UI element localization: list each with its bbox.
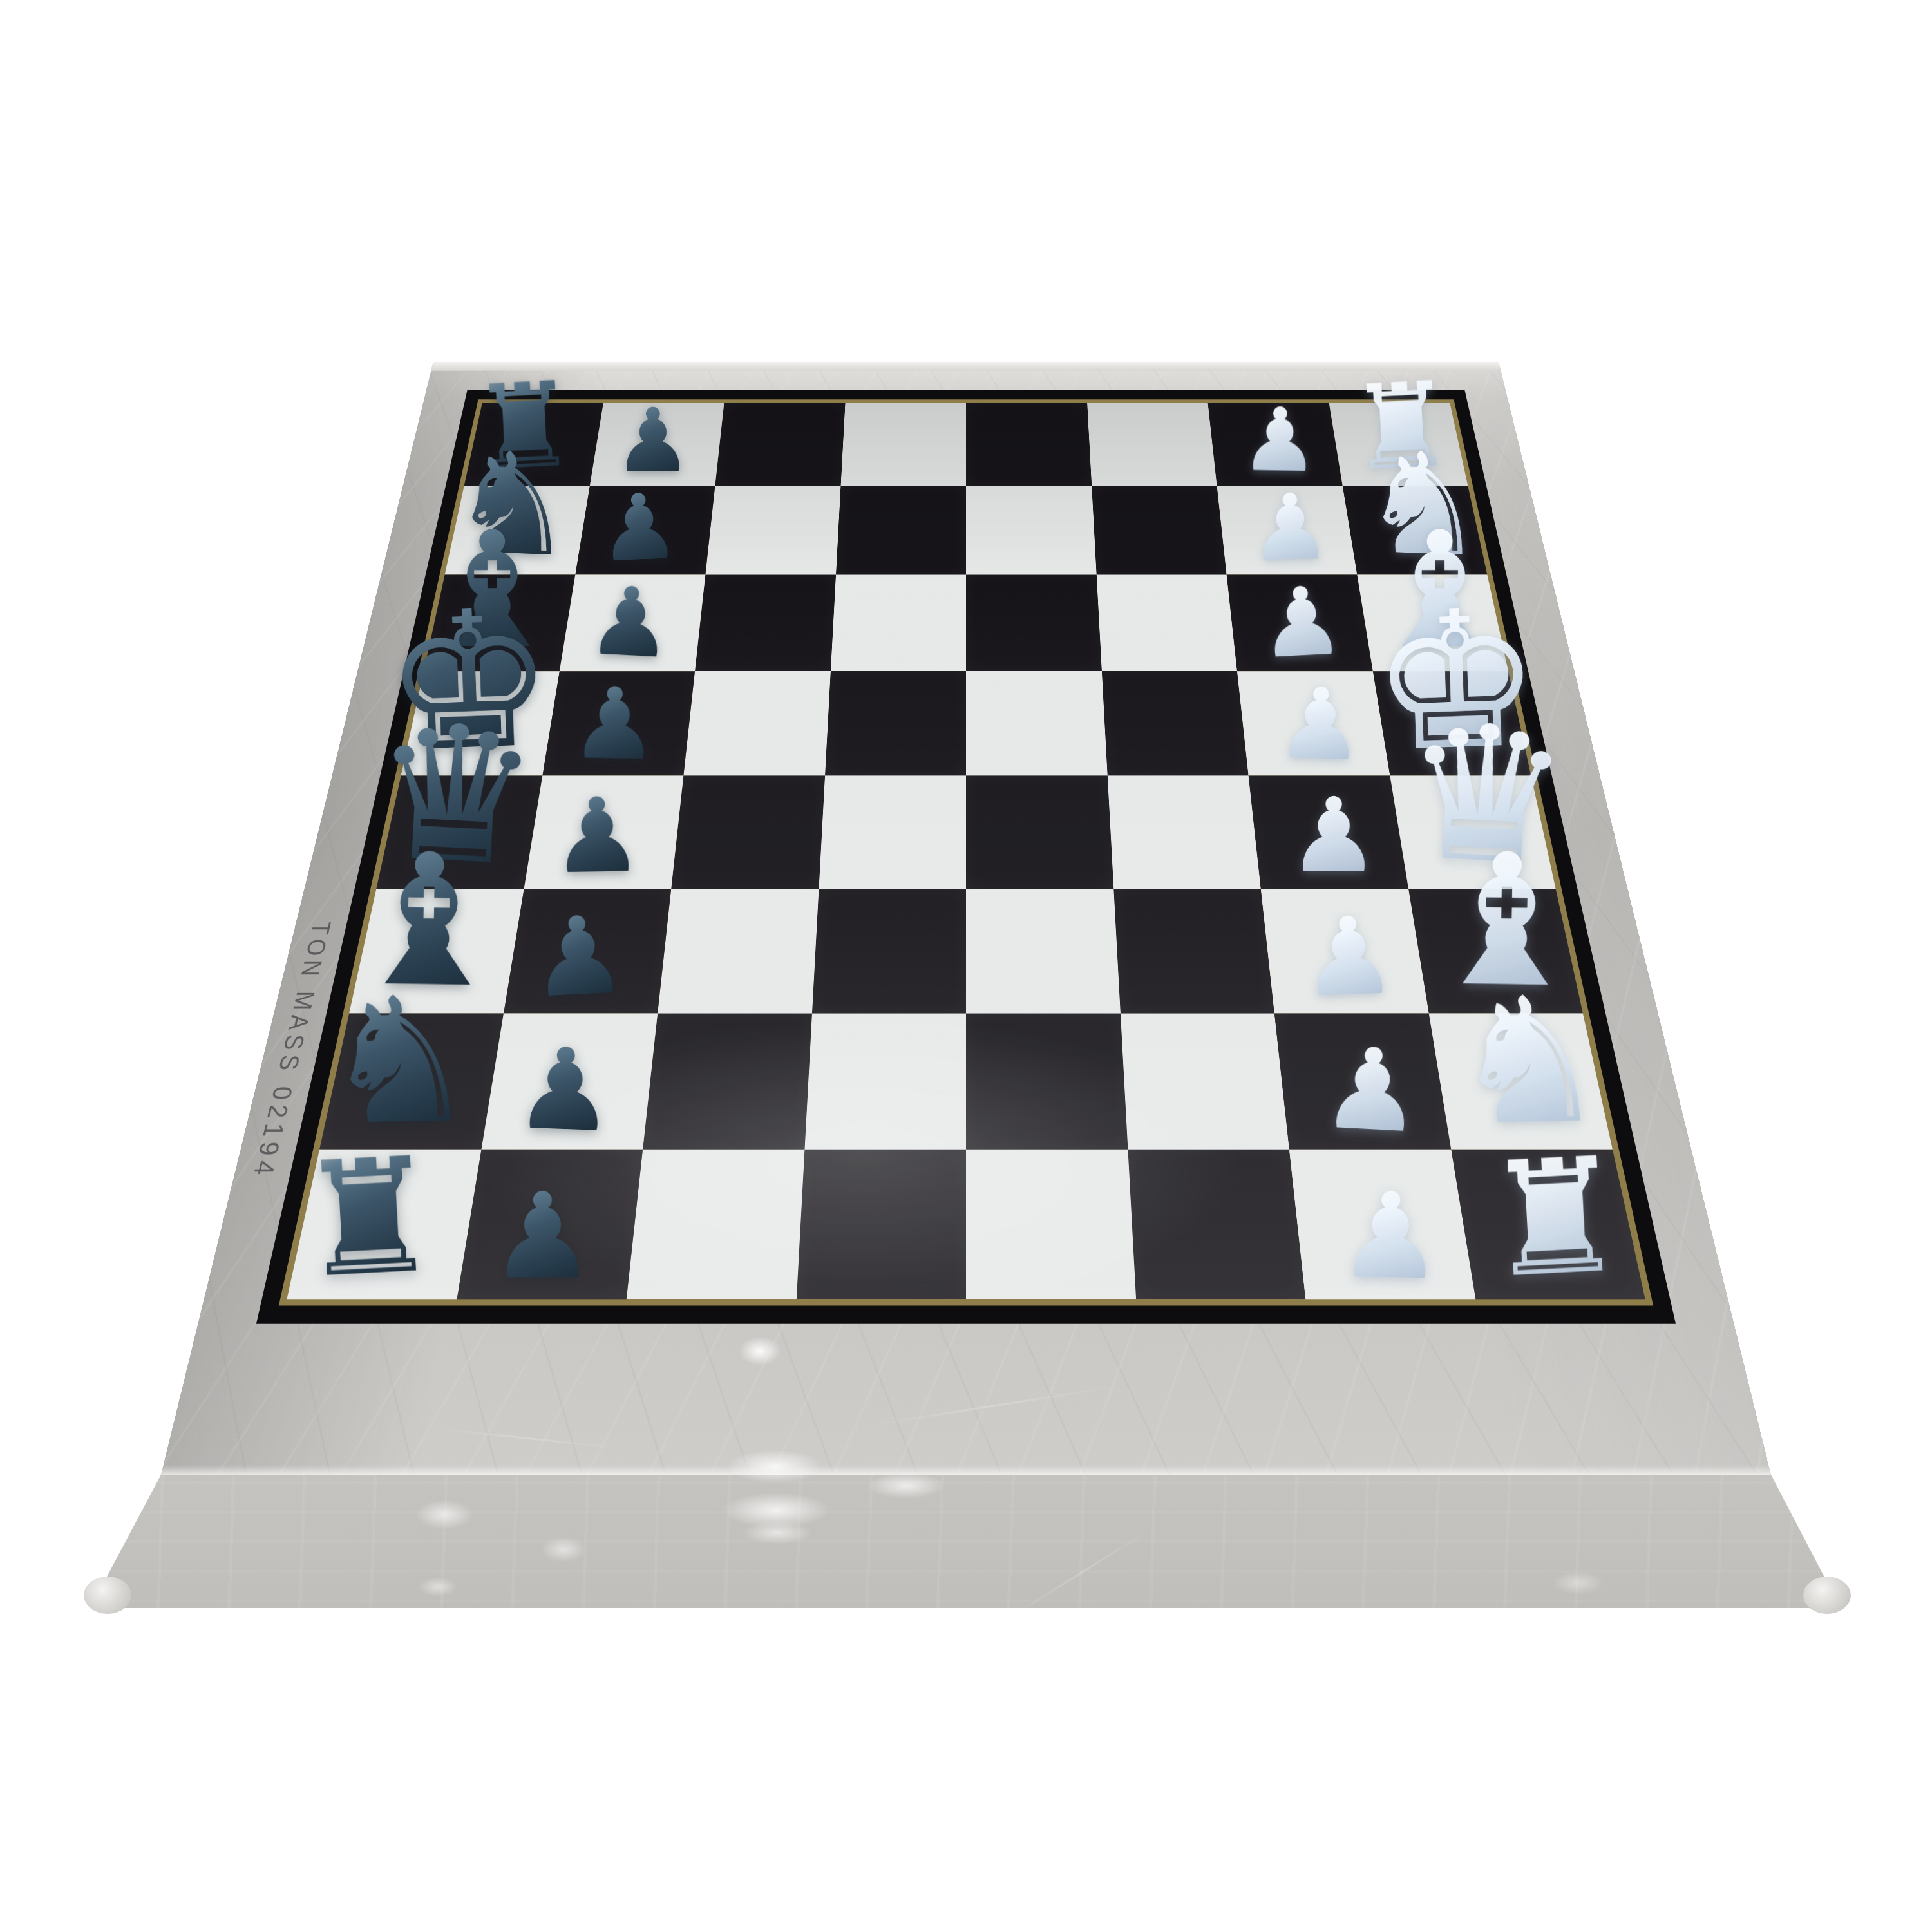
piece-white-pawn[interactable]: ♟ bbox=[1274, 676, 1366, 773]
board-square[interactable] bbox=[658, 889, 819, 1014]
board-square[interactable]: ♟ bbox=[1261, 889, 1428, 1014]
piece-white-pawn[interactable]: ♟ bbox=[1288, 787, 1380, 885]
board-border-band: ♜♟♟♜♞♟♟♞♝♟♟♝♚♟♟♚♛♟♟♛♝♟♟♝♞♟♟♞♜♟♟♜ bbox=[256, 390, 1676, 1324]
board-square[interactable] bbox=[695, 575, 836, 672]
piece-white-knight[interactable]: ♞ bbox=[1450, 977, 1608, 1145]
board-square[interactable] bbox=[671, 775, 825, 889]
board-square[interactable] bbox=[683, 671, 830, 775]
piece-white-rook[interactable]: ♜ bbox=[1481, 1139, 1630, 1297]
board-square[interactable]: ♟ bbox=[1289, 1150, 1475, 1299]
board-square[interactable] bbox=[1120, 1014, 1289, 1150]
piece-black-pawn[interactable]: ♟ bbox=[512, 1035, 617, 1146]
piece-black-pawn[interactable]: ♟ bbox=[614, 399, 692, 482]
board-square[interactable] bbox=[1113, 889, 1274, 1014]
board-square[interactable] bbox=[966, 1014, 1128, 1150]
photo-canvas: TON MASS 02194 ♜♟♟♜♞♟♟♞♝♟♟♝♚♟♟♚♛♟♟♛♝♟♟♝♞… bbox=[0, 0, 1932, 1932]
board-square[interactable]: ♟ bbox=[524, 775, 683, 889]
board-square[interactable] bbox=[1092, 486, 1227, 575]
board-square[interactable]: ♟ bbox=[590, 402, 724, 486]
board-square[interactable] bbox=[804, 1014, 966, 1150]
board-square[interactable] bbox=[966, 402, 1092, 486]
board-square[interactable]: ♟ bbox=[1227, 575, 1373, 672]
board-square[interactable] bbox=[1096, 575, 1237, 672]
board-square[interactable] bbox=[1102, 671, 1249, 775]
piece-white-pawn[interactable]: ♟ bbox=[1249, 484, 1332, 572]
board-square[interactable]: ♟ bbox=[575, 486, 715, 575]
board-square[interactable] bbox=[830, 575, 966, 672]
gold-pinstripe: ♜♟♟♜♞♟♟♞♝♟♟♝♚♟♟♚♛♟♟♛♝♟♟♝♞♟♟♞♜♟♟♜ bbox=[279, 399, 1653, 1305]
board-square[interactable] bbox=[819, 775, 966, 889]
board-square[interactable] bbox=[1107, 775, 1261, 889]
board-square[interactable]: ♟ bbox=[457, 1150, 643, 1299]
piece-black-pawn[interactable]: ♟ bbox=[527, 904, 629, 1011]
board-square[interactable] bbox=[812, 889, 966, 1014]
piece-black-pawn[interactable]: ♟ bbox=[550, 786, 644, 885]
board-square[interactable] bbox=[966, 775, 1113, 889]
piece-black-pawn[interactable]: ♟ bbox=[569, 677, 659, 772]
board-square[interactable]: ♟ bbox=[559, 575, 705, 672]
piece-black-rook[interactable]: ♜ bbox=[294, 1139, 444, 1297]
piece-white-pawn[interactable]: ♟ bbox=[1257, 575, 1347, 670]
board-square[interactable]: ♟ bbox=[1208, 402, 1343, 486]
board-square[interactable] bbox=[715, 402, 845, 486]
board-square[interactable] bbox=[836, 486, 966, 575]
board-square[interactable]: ♟ bbox=[1237, 671, 1390, 775]
base-far-edge-bevel bbox=[431, 362, 1501, 371]
board-square[interactable] bbox=[705, 486, 840, 575]
piece-black-pawn[interactable]: ♟ bbox=[489, 1180, 596, 1293]
board-square[interactable] bbox=[825, 671, 966, 775]
board-square[interactable]: ♜ bbox=[1451, 1150, 1645, 1299]
piece-black-knight[interactable]: ♞ bbox=[321, 977, 479, 1145]
chessboard-grid: ♜♟♟♜♞♟♟♞♝♟♟♝♚♟♟♚♛♟♟♛♝♟♟♝♞♟♟♞♜♟♟♜ bbox=[287, 402, 1645, 1299]
piece-white-pawn[interactable]: ♟ bbox=[1299, 904, 1399, 1010]
board-square[interactable] bbox=[796, 1150, 966, 1299]
base-near-edge-highlight bbox=[161, 1465, 1771, 1475]
piece-white-pawn[interactable]: ♟ bbox=[1319, 1034, 1426, 1146]
board-square[interactable] bbox=[966, 1150, 1136, 1299]
piece-black-pawn[interactable]: ♟ bbox=[597, 483, 681, 573]
board-square[interactable] bbox=[627, 1150, 804, 1299]
board-square[interactable] bbox=[1128, 1150, 1305, 1299]
board-square[interactable]: ♜ bbox=[287, 1150, 481, 1299]
board-square[interactable] bbox=[840, 402, 966, 486]
board-square[interactable] bbox=[643, 1014, 811, 1150]
board-square[interactable] bbox=[966, 671, 1107, 775]
base-foot-left bbox=[84, 1577, 131, 1614]
piece-white-pawn[interactable]: ♟ bbox=[1336, 1179, 1444, 1294]
lucite-base-top: TON MASS 02194 ♜♟♟♜♞♟♟♞♝♟♟♝♚♟♟♚♛♟♟♛♝♟♟♝♞… bbox=[161, 362, 1771, 1475]
board-square[interactable]: ♟ bbox=[481, 1014, 658, 1150]
board-square[interactable]: ♟ bbox=[542, 671, 695, 775]
scene-3d: TON MASS 02194 ♜♟♟♜♞♟♟♞♝♟♟♝♚♟♟♚♛♟♟♛♝♟♟♝♞… bbox=[0, 0, 1932, 1932]
board-square[interactable]: ♟ bbox=[1217, 486, 1357, 575]
piece-black-pawn[interactable]: ♟ bbox=[585, 575, 675, 670]
board-square[interactable] bbox=[966, 486, 1096, 575]
board-square[interactable] bbox=[966, 889, 1120, 1014]
board-square[interactable]: ♟ bbox=[504, 889, 671, 1014]
board-square[interactable]: ♟ bbox=[1274, 1014, 1451, 1150]
board-square[interactable]: ♟ bbox=[1249, 775, 1408, 889]
piece-white-pawn[interactable]: ♟ bbox=[1240, 398, 1320, 482]
board-square[interactable] bbox=[1087, 402, 1217, 486]
board-square[interactable] bbox=[966, 575, 1102, 672]
base-foot-right bbox=[1803, 1577, 1851, 1614]
